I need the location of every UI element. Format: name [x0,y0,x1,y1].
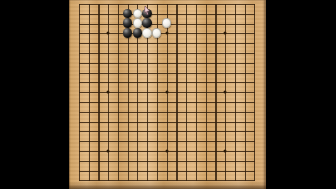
intersection-G18[interactable] [132,8,142,18]
intersection-K17[interactable] [162,18,172,28]
intersection-J16[interactable] [152,28,162,38]
intersection-G16[interactable] [132,28,142,38]
white-stone-H16 [142,28,151,37]
black-stone-F17 [123,18,132,27]
stone-grid [74,0,259,185]
video-frame [0,0,336,189]
black-stone-H18 [142,9,151,18]
black-stone-F16 [123,28,132,37]
white-stone-K17 [162,18,171,27]
intersection-F18[interactable] [123,8,133,18]
cursor-icon [144,6,150,15]
go-board[interactable] [69,0,266,189]
black-stone-G16 [133,28,142,37]
intersection-F17[interactable] [123,18,133,28]
intersection-H18[interactable] [142,8,152,18]
black-stone-F18 [123,9,132,18]
intersection-G17[interactable] [132,18,142,28]
white-stone-G18 [133,9,142,18]
white-stone-G17 [133,18,142,27]
intersection-H16[interactable] [142,28,152,38]
intersection-F16[interactable] [123,28,133,38]
intersection-H17[interactable] [142,18,152,28]
black-stone-H17 [142,18,151,27]
white-stone-J16 [152,28,161,37]
